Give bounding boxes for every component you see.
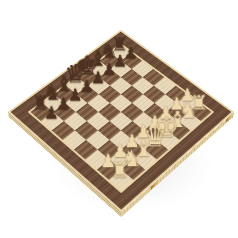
piece-black-king: ♚ xyxy=(71,52,104,78)
piece-white-pawn: ♟ xyxy=(102,142,138,160)
piece-black-knight: ♞ xyxy=(93,42,125,62)
piece-black-pawn: ♟ xyxy=(115,45,147,61)
pieces-layer: ♜♞♝♛♚♝♞♜♟♟♟♟♟♟♟♟♟♟♟♟♟♟♟♟♜♞♝♛♚♝♞♜ xyxy=(8,30,234,213)
piece-white-rook: ♜ xyxy=(102,159,139,181)
piece-white-bishop: ♝ xyxy=(160,109,195,131)
scene: ♜♞♝♛♚♝♞♜♟♟♟♟♟♟♟♟♟♟♟♟♟♟♟♟♜♞♝♛♚♝♞♜ xyxy=(0,0,238,238)
chess-board: ♜♞♝♛♚♝♞♜♟♟♟♟♟♟♟♟♟♟♟♟♟♟♟♟♜♞♝♛♚♝♞♜ xyxy=(8,30,234,213)
piece-white-pawn: ♟ xyxy=(160,96,194,113)
piece-white-knight: ♞ xyxy=(171,101,205,122)
piece-white-pawn: ♟ xyxy=(170,87,204,104)
piece-white-bishop: ♝ xyxy=(126,137,162,160)
piece-black-queen: ♛ xyxy=(59,61,92,86)
piece-white-knight: ♞ xyxy=(114,148,150,170)
piece-white-pawn: ♟ xyxy=(114,133,149,151)
piece-white-pawn: ♟ xyxy=(90,152,126,170)
piece-black-pawn: ♟ xyxy=(70,78,103,95)
piece-white-pawn: ♟ xyxy=(149,105,183,122)
piece-black-rook: ♜ xyxy=(104,35,136,54)
piece-black-bishop: ♝ xyxy=(48,73,81,95)
product-photo: ♜♞♝♛♚♝♞♜♟♟♟♟♟♟♟♟♟♟♟♟♟♟♟♟♜♞♝♛♚♝♞♜ xyxy=(0,0,238,238)
piece-white-king: ♚ xyxy=(149,113,184,141)
piece-black-bishop: ♝ xyxy=(82,49,114,70)
piece-black-pawn: ♟ xyxy=(58,87,92,104)
piece-white-pawn: ♟ xyxy=(126,123,161,141)
piece-black-pawn: ♟ xyxy=(93,61,126,77)
piece-white-pawn: ♟ xyxy=(137,114,172,131)
piece-black-rook: ♜ xyxy=(24,93,58,113)
piece-black-pawn: ♟ xyxy=(46,96,80,113)
piece-black-knight: ♞ xyxy=(36,83,70,104)
piece-black-pawn: ♟ xyxy=(81,70,114,87)
piece-white-rook: ♜ xyxy=(182,93,216,113)
piece-white-queen: ♛ xyxy=(137,123,172,150)
piece-black-pawn: ♟ xyxy=(34,105,68,122)
piece-black-pawn: ♟ xyxy=(104,53,136,69)
